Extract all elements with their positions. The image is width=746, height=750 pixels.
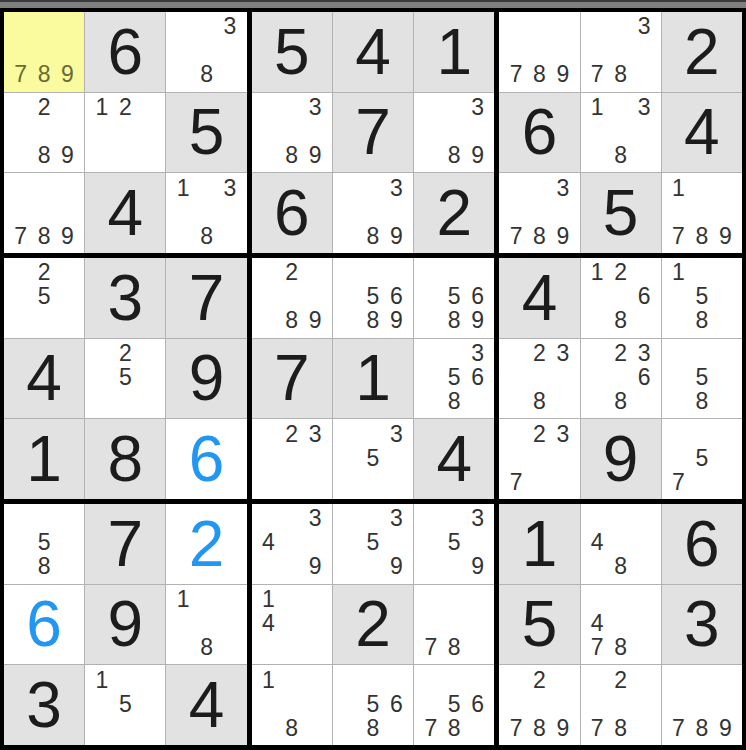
- candidate-9: 9: [551, 224, 574, 248]
- candidate-6: [303, 446, 326, 470]
- cell-r9c3[interactable]: 4: [166, 665, 246, 745]
- cell-r7c6[interactable]: 359: [414, 504, 494, 584]
- candidate-9: 9: [385, 309, 408, 333]
- candidate-4: [338, 692, 361, 716]
- candidate-4: [419, 285, 442, 309]
- cell-r2c6[interactable]: 389: [414, 93, 494, 173]
- candidate-grid: 48: [581, 504, 661, 584]
- given-digit: 7: [189, 266, 225, 330]
- cell-r9c6[interactable]: 5678: [414, 665, 494, 745]
- candidate-3: [632, 261, 655, 285]
- cell-r3c4[interactable]: 6: [252, 173, 332, 253]
- box-1-2: 541389738963892: [252, 12, 495, 253]
- candidate-3: 3: [303, 507, 326, 531]
- candidate-2: [361, 176, 384, 200]
- candidate-9: [466, 635, 489, 659]
- candidate-8: 8: [690, 389, 713, 413]
- candidate-4: [90, 692, 113, 716]
- candidate-1: [667, 668, 690, 692]
- cell-r5c4[interactable]: 7: [252, 339, 332, 419]
- cell-r2c8[interactable]: 138: [581, 93, 661, 173]
- candidate-1: [257, 422, 280, 446]
- candidate-4: [586, 39, 609, 63]
- candidate-9: 9: [303, 555, 326, 579]
- candidate-4: [257, 692, 280, 716]
- candidate-7: [667, 309, 690, 333]
- cell-r4c6[interactable]: 5689: [414, 258, 494, 338]
- sudoku-app: 7896382891257894138541389738963892789378…: [0, 0, 746, 750]
- candidate-6: [551, 39, 574, 63]
- candidate-grid: 1789: [662, 173, 742, 253]
- cell-r7c7[interactable]: 1: [499, 504, 579, 584]
- cell-r8c4[interactable]: 14: [252, 585, 332, 665]
- cell-r6c6[interactable]: 4: [414, 419, 494, 499]
- cell-r2c9[interactable]: 4: [662, 93, 742, 173]
- candidate-7: [257, 309, 280, 333]
- given-digit: 3: [108, 266, 144, 330]
- candidate-6: [714, 366, 737, 390]
- candidate-5: [609, 39, 632, 63]
- cell-r8c7[interactable]: 5: [499, 585, 579, 665]
- candidate-7: 7: [667, 470, 690, 494]
- candidate-8: [280, 635, 303, 659]
- cell-r1c4[interactable]: 5: [252, 12, 332, 92]
- cell-r2c7[interactable]: 6: [499, 93, 579, 173]
- candidate-4: [90, 366, 113, 390]
- candidate-8: [280, 555, 303, 579]
- given-digit: 2: [436, 181, 472, 245]
- candidate-4: [338, 531, 361, 555]
- cell-r5c7[interactable]: 238: [499, 339, 579, 419]
- candidate-1: [586, 342, 609, 366]
- candidate-grid: 3789: [499, 173, 579, 253]
- candidate-2: 2: [528, 668, 551, 692]
- sudoku-board: 7896382891257894138541389738963892789378…: [0, 8, 746, 750]
- cell-r1c1[interactable]: 789: [4, 12, 84, 92]
- cell-r6c8[interactable]: 9: [581, 419, 661, 499]
- candidate-3: [632, 668, 655, 692]
- candidate-6: [551, 692, 574, 716]
- candidate-4: [504, 692, 527, 716]
- candidate-3: [632, 507, 655, 531]
- candidate-grid: 237: [499, 419, 579, 499]
- cell-r2c1[interactable]: 289: [4, 93, 84, 173]
- candidate-3: [303, 588, 326, 612]
- cell-r1c7[interactable]: 789: [499, 12, 579, 92]
- candidate-5: 5: [690, 446, 713, 470]
- candidate-1: [586, 15, 609, 39]
- candidate-8: 8: [609, 63, 632, 87]
- cell-r7c9[interactable]: 6: [662, 504, 742, 584]
- candidate-4: [9, 285, 32, 309]
- cell-r4c3[interactable]: 7: [166, 258, 246, 338]
- candidate-grid: 568: [333, 665, 413, 745]
- candidate-4: [667, 446, 690, 470]
- entered-digit: 2: [189, 512, 225, 576]
- candidate-1: [419, 261, 442, 285]
- candidate-4: [9, 120, 32, 144]
- candidate-6: [632, 39, 655, 63]
- candidate-2: [114, 668, 137, 692]
- cell-r1c3[interactable]: 38: [166, 12, 246, 92]
- candidate-7: [257, 470, 280, 494]
- candidate-3: [551, 668, 574, 692]
- candidate-7: 7: [504, 716, 527, 740]
- candidate-2: [32, 507, 55, 531]
- candidate-5: [528, 446, 551, 470]
- cell-r6c9[interactable]: 57: [662, 419, 742, 499]
- candidate-1: [257, 96, 280, 120]
- box-3-1: 587269183154: [4, 504, 247, 745]
- cell-r6c4[interactable]: 23: [252, 419, 332, 499]
- candidate-3: [218, 588, 241, 612]
- candidate-7: [9, 555, 32, 579]
- cell-r3c8[interactable]: 5: [581, 173, 661, 253]
- candidate-1: 1: [667, 176, 690, 200]
- candidate-9: [632, 143, 655, 167]
- cell-r8c2[interactable]: 9: [85, 585, 165, 665]
- candidate-5: [609, 120, 632, 144]
- candidate-8: 8: [690, 716, 713, 740]
- candidate-4: [90, 120, 113, 144]
- candidate-1: [257, 261, 280, 285]
- cell-r4c8[interactable]: 1268: [581, 258, 661, 338]
- cell-r5c9[interactable]: 58: [662, 339, 742, 419]
- given-digit: 1: [522, 512, 558, 576]
- candidate-7: [90, 716, 113, 740]
- candidate-7: 7: [667, 224, 690, 248]
- candidate-3: 3: [303, 422, 326, 446]
- candidate-6: [303, 120, 326, 144]
- candidate-grid: 5689: [333, 258, 413, 338]
- cell-r2c4[interactable]: 389: [252, 93, 332, 173]
- cell-r8c5[interactable]: 2: [333, 585, 413, 665]
- candidate-5: [443, 120, 466, 144]
- candidate-7: 7: [504, 63, 527, 87]
- cell-r5c8[interactable]: 2368: [581, 339, 661, 419]
- candidate-7: [419, 143, 442, 167]
- cell-r3c9[interactable]: 1789: [662, 173, 742, 253]
- candidate-6: 6: [466, 692, 489, 716]
- cell-r9c1[interactable]: 3: [4, 665, 84, 745]
- candidate-2: [528, 15, 551, 39]
- candidate-1: [667, 342, 690, 366]
- candidate-2: 2: [32, 96, 55, 120]
- cell-r5c5[interactable]: 1: [333, 339, 413, 419]
- cell-r3c3[interactable]: 138: [166, 173, 246, 253]
- candidate-5: 5: [443, 285, 466, 309]
- candidate-3: 3: [466, 96, 489, 120]
- candidate-grid: 1268: [581, 258, 661, 338]
- candidate-1: [9, 261, 32, 285]
- cell-r1c2[interactable]: 6: [85, 12, 165, 92]
- cell-r7c1[interactable]: 58: [4, 504, 84, 584]
- candidate-6: [551, 200, 574, 224]
- candidate-grid: 789: [4, 12, 84, 92]
- candidate-8: 8: [361, 309, 384, 333]
- candidate-8: 8: [609, 635, 632, 659]
- candidate-8: 8: [528, 716, 551, 740]
- candidate-4: [419, 120, 442, 144]
- candidate-7: [257, 143, 280, 167]
- candidate-2: 2: [609, 668, 632, 692]
- given-digit: 6: [522, 100, 558, 164]
- candidate-grid: 789: [662, 665, 742, 745]
- cell-r7c4[interactable]: 349: [252, 504, 332, 584]
- cell-r5c1[interactable]: 4: [4, 339, 84, 419]
- candidate-2: [280, 668, 303, 692]
- candidate-9: [56, 555, 79, 579]
- candidate-9: [714, 470, 737, 494]
- cell-r7c8[interactable]: 48: [581, 504, 661, 584]
- cell-r1c9[interactable]: 2: [662, 12, 742, 92]
- candidate-7: 7: [504, 470, 527, 494]
- candidate-grid: 3568: [414, 339, 494, 419]
- candidate-8: 8: [443, 716, 466, 740]
- candidate-3: [385, 261, 408, 285]
- candidate-3: [714, 176, 737, 200]
- candidate-6: [551, 366, 574, 390]
- candidate-8: 8: [690, 309, 713, 333]
- candidate-grid: 349: [252, 504, 332, 584]
- cell-r6c3[interactable]: 6: [166, 419, 246, 499]
- candidate-5: [528, 39, 551, 63]
- cell-r8c8[interactable]: 478: [581, 585, 661, 665]
- cell-r9c5[interactable]: 568: [333, 665, 413, 745]
- candidate-5: 5: [114, 366, 137, 390]
- candidate-7: 7: [586, 635, 609, 659]
- candidate-7: [338, 224, 361, 248]
- candidate-8: 8: [195, 635, 218, 659]
- candidate-9: [632, 309, 655, 333]
- candidate-1: 1: [171, 176, 194, 200]
- candidate-3: [303, 668, 326, 692]
- candidate-4: [171, 200, 194, 224]
- given-digit: 4: [522, 266, 558, 330]
- candidate-6: [303, 692, 326, 716]
- cell-r5c2[interactable]: 25: [85, 339, 165, 419]
- candidate-2: [361, 668, 384, 692]
- cell-r1c6[interactable]: 1: [414, 12, 494, 92]
- candidate-1: 1: [667, 261, 690, 285]
- candidate-7: [338, 470, 361, 494]
- candidate-4: [9, 200, 32, 224]
- cell-r1c5[interactable]: 4: [333, 12, 413, 92]
- candidate-2: [195, 15, 218, 39]
- cell-r6c2[interactable]: 8: [85, 419, 165, 499]
- given-digit: 7: [355, 100, 391, 164]
- cell-r4c4[interactable]: 289: [252, 258, 332, 338]
- candidate-7: [586, 555, 609, 579]
- cell-r4c7[interactable]: 4: [499, 258, 579, 338]
- candidate-2: [361, 261, 384, 285]
- candidate-9: 9: [56, 63, 79, 87]
- cell-r9c9[interactable]: 789: [662, 665, 742, 745]
- candidate-3: [714, 422, 737, 446]
- candidate-5: [280, 120, 303, 144]
- candidate-1: [90, 342, 113, 366]
- candidate-9: [137, 143, 160, 167]
- cell-r6c1[interactable]: 1: [4, 419, 84, 499]
- cell-r9c2[interactable]: 15: [85, 665, 165, 745]
- candidate-8: [361, 555, 384, 579]
- candidate-7: [90, 143, 113, 167]
- cell-r8c9[interactable]: 3: [662, 585, 742, 665]
- candidate-7: [171, 63, 194, 87]
- candidate-8: 8: [609, 555, 632, 579]
- candidate-2: 2: [114, 342, 137, 366]
- cell-r3c1[interactable]: 789: [4, 173, 84, 253]
- cell-r3c6[interactable]: 2: [414, 173, 494, 253]
- cell-r5c6[interactable]: 3568: [414, 339, 494, 419]
- cell-r2c3[interactable]: 5: [166, 93, 246, 173]
- given-digit: 2: [355, 592, 391, 656]
- cell-r7c3[interactable]: 2: [166, 504, 246, 584]
- candidate-3: [56, 96, 79, 120]
- candidate-8: [528, 470, 551, 494]
- candidate-3: [303, 261, 326, 285]
- candidate-1: 1: [257, 668, 280, 692]
- candidate-6: [714, 692, 737, 716]
- candidate-3: [466, 261, 489, 285]
- cell-r2c2[interactable]: 12: [85, 93, 165, 173]
- candidate-3: [714, 668, 737, 692]
- candidate-9: [466, 389, 489, 413]
- cell-r7c5[interactable]: 359: [333, 504, 413, 584]
- candidate-8: 8: [280, 309, 303, 333]
- cell-r8c6[interactable]: 78: [414, 585, 494, 665]
- candidate-6: [714, 200, 737, 224]
- candidate-2: 2: [32, 261, 55, 285]
- cell-r3c5[interactable]: 389: [333, 173, 413, 253]
- cell-r4c1[interactable]: 25: [4, 258, 84, 338]
- candidate-1: [504, 422, 527, 446]
- candidate-5: [609, 612, 632, 636]
- candidate-6: [466, 120, 489, 144]
- candidate-8: 8: [609, 389, 632, 413]
- candidate-grid: 35: [333, 419, 413, 499]
- cell-r8c3[interactable]: 18: [166, 585, 246, 665]
- candidate-3: [56, 176, 79, 200]
- candidate-4: [667, 285, 690, 309]
- candidate-6: [632, 692, 655, 716]
- cell-r1c8[interactable]: 378: [581, 12, 661, 92]
- candidate-5: [195, 200, 218, 224]
- candidate-5: [195, 39, 218, 63]
- candidate-2: [690, 176, 713, 200]
- candidate-4: [419, 531, 442, 555]
- candidate-4: [586, 285, 609, 309]
- candidate-3: [632, 588, 655, 612]
- candidate-9: [632, 635, 655, 659]
- candidate-1: 1: [90, 96, 113, 120]
- candidate-3: [466, 588, 489, 612]
- candidate-6: [137, 120, 160, 144]
- candidate-6: [218, 200, 241, 224]
- candidate-4: [338, 446, 361, 470]
- candidate-4: 4: [257, 531, 280, 555]
- candidate-3: [137, 96, 160, 120]
- given-digit: 4: [355, 20, 391, 84]
- candidate-3: [137, 342, 160, 366]
- candidate-1: [504, 15, 527, 39]
- candidate-4: [586, 366, 609, 390]
- entered-digit: 6: [26, 592, 62, 656]
- candidate-5: [609, 692, 632, 716]
- candidate-8: 8: [609, 143, 632, 167]
- candidate-grid: 58: [662, 339, 742, 419]
- candidate-2: 2: [114, 96, 137, 120]
- candidate-7: [338, 716, 361, 740]
- candidate-1: [586, 507, 609, 531]
- candidate-grid: 25: [85, 339, 165, 419]
- cell-r9c7[interactable]: 2789: [499, 665, 579, 745]
- cell-r3c7[interactable]: 3789: [499, 173, 579, 253]
- candidate-2: [690, 668, 713, 692]
- candidate-4: [171, 612, 194, 636]
- candidate-9: [56, 309, 79, 333]
- candidate-5: 5: [32, 531, 55, 555]
- candidate-1: [586, 588, 609, 612]
- given-digit: 6: [274, 181, 310, 245]
- candidate-7: [338, 309, 361, 333]
- cell-r9c8[interactable]: 278: [581, 665, 661, 745]
- box-2-1: 25374259186: [4, 258, 247, 499]
- candidate-grid: 5678: [414, 665, 494, 745]
- box-3-3: 1486547832789278789: [499, 504, 742, 745]
- cell-r8c1[interactable]: 6: [4, 585, 84, 665]
- candidate-2: 2: [280, 422, 303, 446]
- cell-r4c2[interactable]: 3: [85, 258, 165, 338]
- candidate-7: 7: [9, 224, 32, 248]
- candidate-8: [690, 470, 713, 494]
- candidate-6: [137, 366, 160, 390]
- candidate-grid: 23: [252, 419, 332, 499]
- candidate-4: [338, 285, 361, 309]
- candidate-1: [419, 507, 442, 531]
- candidate-6: [632, 120, 655, 144]
- cell-r9c4[interactable]: 18: [252, 665, 332, 745]
- cell-r6c5[interactable]: 35: [333, 419, 413, 499]
- cell-r4c5[interactable]: 5689: [333, 258, 413, 338]
- candidate-2: [361, 422, 384, 446]
- candidate-grid: 15: [85, 665, 165, 745]
- cell-r4c9[interactable]: 158: [662, 258, 742, 338]
- candidate-grid: 5689: [414, 258, 494, 338]
- candidate-1: [338, 668, 361, 692]
- candidate-2: [443, 261, 466, 285]
- candidate-1: [338, 507, 361, 531]
- candidate-6: [137, 692, 160, 716]
- candidate-7: [171, 224, 194, 248]
- cell-r5c3[interactable]: 9: [166, 339, 246, 419]
- candidate-6: [466, 612, 489, 636]
- cell-r2c5[interactable]: 7: [333, 93, 413, 173]
- candidate-2: 2: [528, 342, 551, 366]
- candidate-2: [280, 588, 303, 612]
- candidate-2: 2: [609, 261, 632, 285]
- given-digit: 6: [108, 20, 144, 84]
- candidate-8: 8: [609, 716, 632, 740]
- cell-r7c2[interactable]: 7: [85, 504, 165, 584]
- candidate-2: [609, 507, 632, 531]
- cell-r3c2[interactable]: 4: [85, 173, 165, 253]
- entered-digit: 6: [189, 427, 225, 491]
- candidate-7: 7: [504, 224, 527, 248]
- cell-r6c7[interactable]: 237: [499, 419, 579, 499]
- candidate-7: [419, 389, 442, 413]
- candidate-7: [419, 309, 442, 333]
